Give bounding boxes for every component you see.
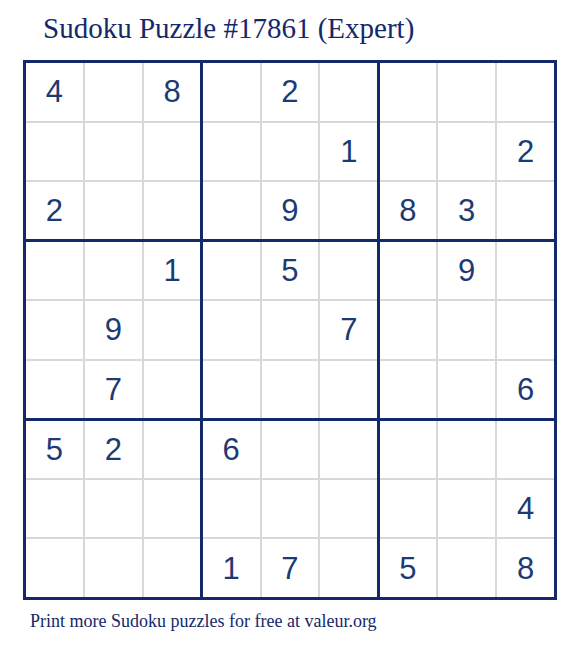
cell-r2c6: 1: [320, 123, 377, 181]
cell-r1c1: 4: [26, 63, 83, 121]
cell-r8c9: 4: [497, 480, 554, 538]
cell-r6c7: [379, 361, 436, 419]
box-divider-vertical-2: [377, 63, 380, 597]
box-divider-vertical-1: [200, 63, 203, 597]
cell-r4c1: [26, 242, 83, 300]
cell-r8c3: [144, 480, 201, 538]
cell-r8c5: [262, 480, 319, 538]
cell-r7c7: [379, 420, 436, 478]
cell-r3c5: 9: [262, 182, 319, 240]
cell-r1c5: 2: [262, 63, 319, 121]
cell-r4c3: 1: [144, 242, 201, 300]
cell-r1c4: [203, 63, 260, 121]
cell-r9c7: 5: [379, 539, 436, 597]
cell-r2c5: [262, 123, 319, 181]
cell-r2c4: [203, 123, 260, 181]
box-divider-horizontal-1: [26, 239, 554, 242]
cell-r5c6: 7: [320, 301, 377, 359]
cell-r6c1: [26, 361, 83, 419]
cell-r9c2: [85, 539, 142, 597]
cell-r4c4: [203, 242, 260, 300]
cell-r8c8: [438, 480, 495, 538]
cell-r6c2: 7: [85, 361, 142, 419]
cell-r2c9: 2: [497, 123, 554, 181]
cell-r8c7: [379, 480, 436, 538]
cell-r2c8: [438, 123, 495, 181]
cell-r1c8: [438, 63, 495, 121]
cell-r3c6: [320, 182, 377, 240]
cell-r3c2: [85, 182, 142, 240]
cell-r4c8: 9: [438, 242, 495, 300]
cell-r9c1: [26, 539, 83, 597]
box-divider-horizontal-2: [26, 418, 554, 421]
cell-r4c2: [85, 242, 142, 300]
cell-r3c3: [144, 182, 201, 240]
cell-r7c9: [497, 420, 554, 478]
cell-r6c9: 6: [497, 361, 554, 419]
cell-r2c7: [379, 123, 436, 181]
cell-r9c9: 8: [497, 539, 554, 597]
page-title: Sudoku Puzzle #17861 (Expert): [43, 12, 414, 45]
cell-r7c8: [438, 420, 495, 478]
cell-r5c8: [438, 301, 495, 359]
cell-r5c5: [262, 301, 319, 359]
cell-r9c5: 7: [262, 539, 319, 597]
cell-r7c6: [320, 420, 377, 478]
cell-r3c8: 3: [438, 182, 495, 240]
cell-r2c2: [85, 123, 142, 181]
cell-r4c7: [379, 242, 436, 300]
cell-r7c2: 2: [85, 420, 142, 478]
cell-r5c2: 9: [85, 301, 142, 359]
cell-r9c6: [320, 539, 377, 597]
cell-r3c4: [203, 182, 260, 240]
cell-r3c1: 2: [26, 182, 83, 240]
cell-r6c8: [438, 361, 495, 419]
cell-r7c3: [144, 420, 201, 478]
cell-r5c1: [26, 301, 83, 359]
cell-r6c5: [262, 361, 319, 419]
cell-r9c4: 1: [203, 539, 260, 597]
cell-r1c2: [85, 63, 142, 121]
cell-r1c9: [497, 63, 554, 121]
cell-r2c3: [144, 123, 201, 181]
cell-r6c3: [144, 361, 201, 419]
cell-r6c4: [203, 361, 260, 419]
cell-r7c1: 5: [26, 420, 83, 478]
cell-r7c4: 6: [203, 420, 260, 478]
cell-r5c4: [203, 301, 260, 359]
footer-note: Print more Sudoku puzzles for free at va…: [30, 611, 377, 632]
cell-r4c5: 5: [262, 242, 319, 300]
cell-r1c3: 8: [144, 63, 201, 121]
cell-r3c7: 8: [379, 182, 436, 240]
cell-r4c6: [320, 242, 377, 300]
cell-r8c6: [320, 480, 377, 538]
cell-r6c6: [320, 361, 377, 419]
cell-r7c5: [262, 420, 319, 478]
cell-r4c9: [497, 242, 554, 300]
cell-r2c1: [26, 123, 83, 181]
cell-r5c3: [144, 301, 201, 359]
sudoku-grid: 482122983159977652641758: [23, 60, 557, 600]
cell-r9c3: [144, 539, 201, 597]
cell-r8c4: [203, 480, 260, 538]
cell-r8c1: [26, 480, 83, 538]
cell-r5c7: [379, 301, 436, 359]
cell-r8c2: [85, 480, 142, 538]
cell-r9c8: [438, 539, 495, 597]
cell-r3c9: [497, 182, 554, 240]
cell-r5c9: [497, 301, 554, 359]
cell-r1c7: [379, 63, 436, 121]
cell-r1c6: [320, 63, 377, 121]
